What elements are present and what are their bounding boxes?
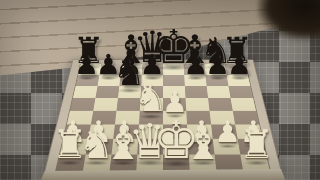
square-a6[interactable] [73, 86, 98, 98]
piece-white-bishop-f1[interactable]: ♝ [184, 121, 223, 165]
square-f6[interactable] [185, 86, 208, 98]
dark-blurred-object [258, 0, 320, 40]
square-a5[interactable] [70, 98, 95, 111]
square-g5[interactable] [208, 98, 233, 111]
square-g6[interactable] [207, 86, 231, 98]
scene: ♜♝♛♚♝♞♜♟♟♟♟♟♟♟♞♞♟♟♟♟♟♟♟♜♞♝♛♚♝♜ [0, 0, 320, 180]
piece-black-pawn-h7[interactable]: ♟ [227, 51, 252, 79]
square-b5[interactable] [93, 98, 118, 111]
piece-white-rook-h1[interactable]: ♜ [239, 125, 274, 165]
square-h6[interactable] [228, 86, 253, 98]
square-h5[interactable] [231, 98, 256, 111]
